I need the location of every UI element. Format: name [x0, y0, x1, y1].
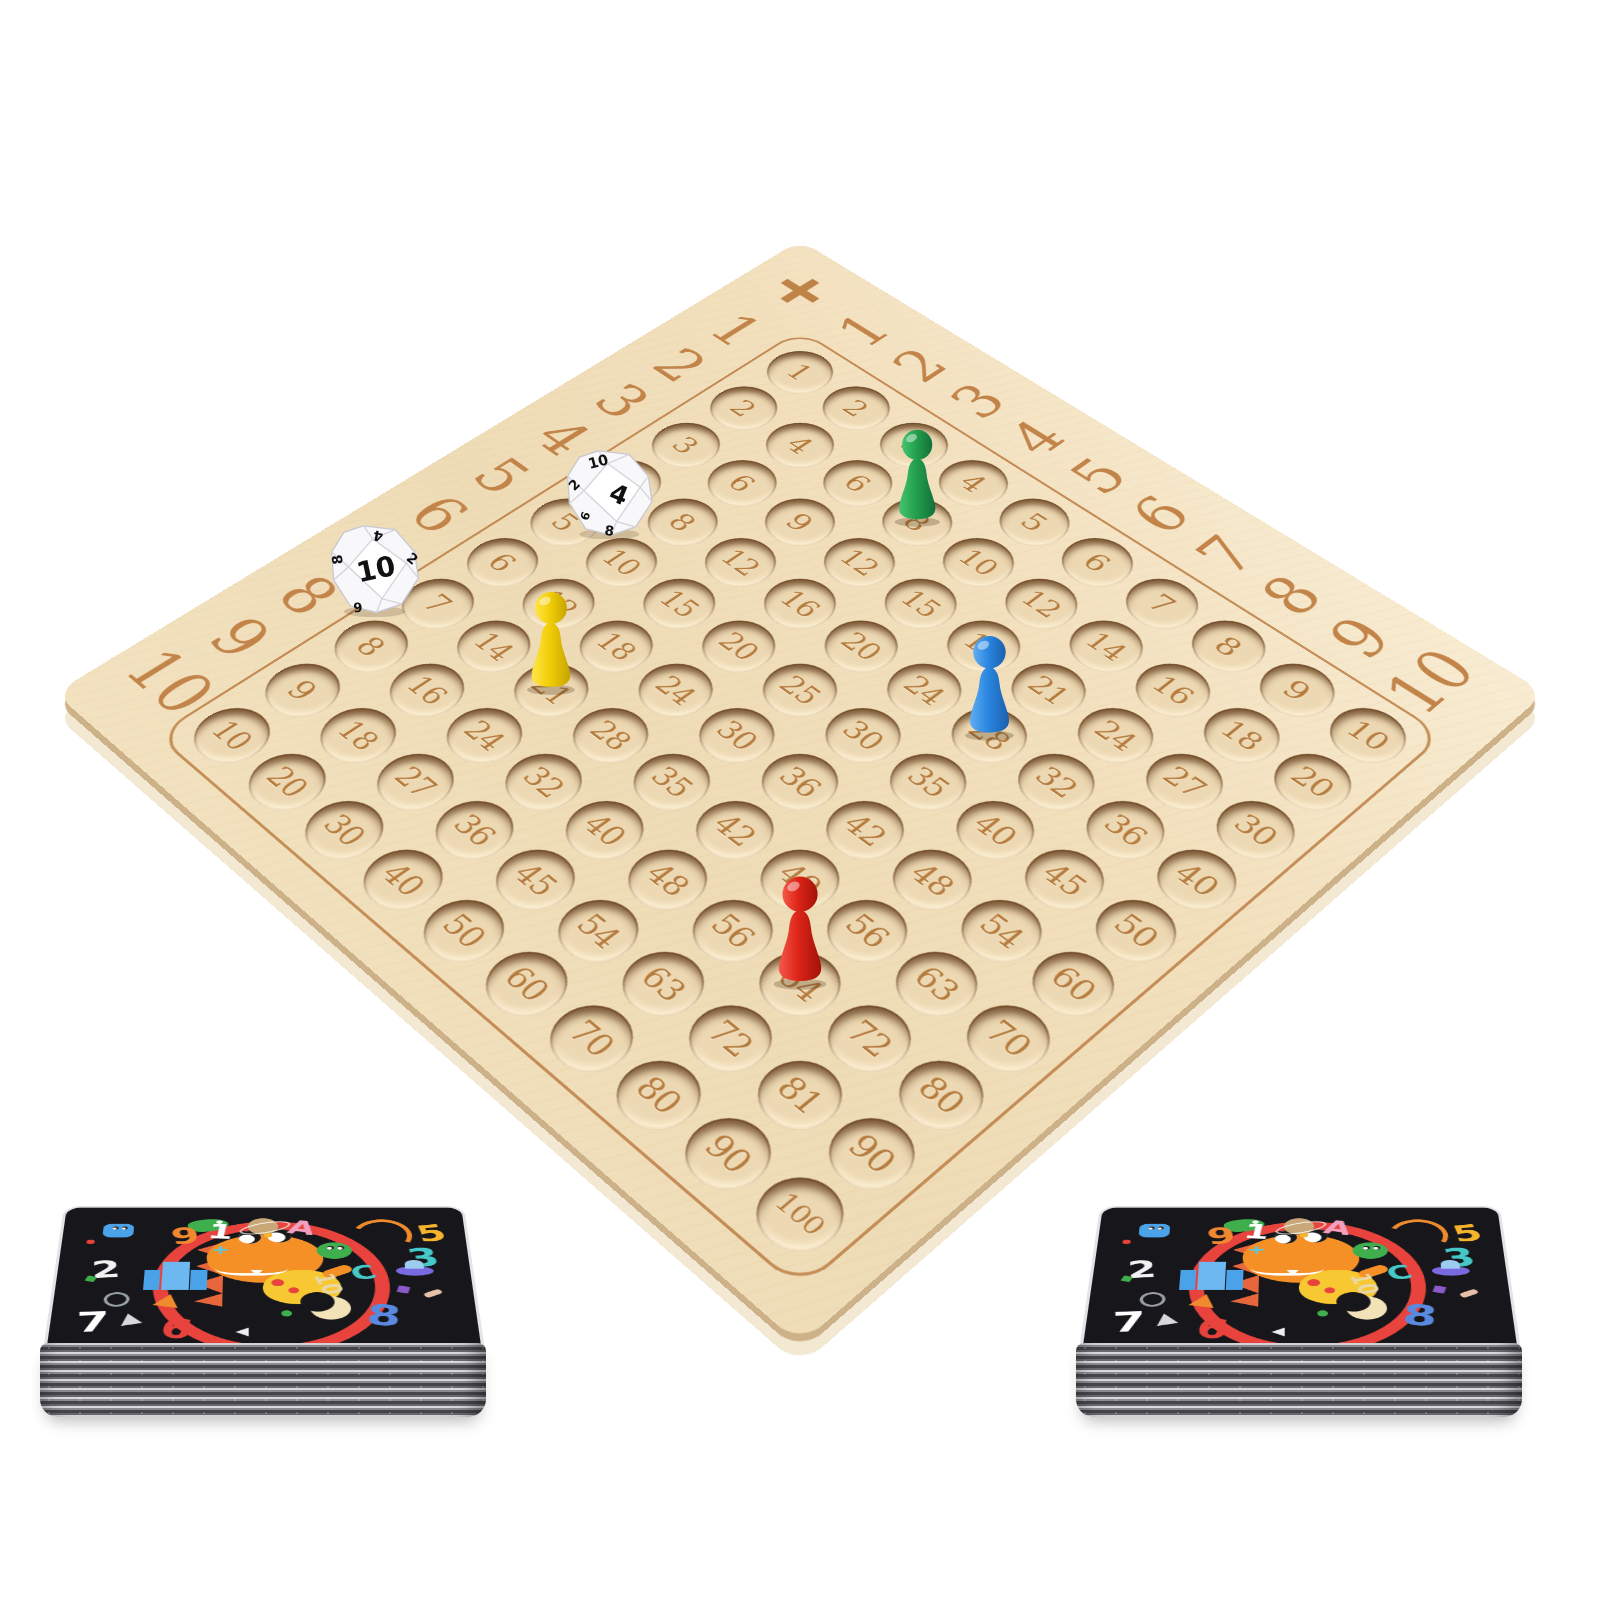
cell-value: 3	[893, 431, 934, 458]
cell-value: 16	[399, 670, 455, 710]
ufo-dome	[1440, 1260, 1460, 1269]
card-triangle-icon	[152, 1292, 182, 1307]
cell-value: 1	[780, 359, 820, 385]
eye	[1373, 1246, 1380, 1250]
cell-value: 49	[770, 857, 829, 902]
multiply-icon	[766, 270, 834, 312]
cell-value: 2	[723, 395, 764, 421]
card-number-1: 1	[1242, 1221, 1272, 1242]
card-stack-edge-left	[40, 1343, 486, 1417]
cell-value: 40	[374, 857, 433, 902]
cell-value: 27	[387, 761, 444, 803]
eye	[337, 1246, 344, 1250]
card-castle-icon	[1179, 1262, 1244, 1290]
cell-value: 6	[1076, 547, 1118, 577]
tower	[143, 1270, 161, 1290]
cell-value: 9	[279, 674, 326, 706]
cell-value: 63	[633, 960, 694, 1008]
cell-value: 54	[971, 907, 1031, 954]
card-number-+: +	[1247, 1244, 1266, 1256]
cell-value: 16	[773, 585, 827, 623]
card-deck-left: 912+76A53C108	[42, 1206, 502, 1421]
cell-value: 56	[837, 907, 897, 954]
cell-value: 10	[1340, 715, 1397, 756]
cell-value: 70	[977, 1013, 1039, 1063]
card-triangle-icon	[1188, 1292, 1218, 1307]
card-triangle-icon	[117, 1312, 142, 1326]
card-number-A: A	[285, 1217, 317, 1238]
cell-value: 2	[836, 395, 877, 421]
cell-value: 10	[952, 544, 1005, 581]
cell-value: 48	[903, 857, 962, 902]
card-number-8: 8	[364, 1300, 401, 1330]
card-alien-icon	[1353, 1242, 1389, 1258]
card-back-face-right: 912+76A53C108	[1078, 1206, 1521, 1354]
card-dot-icon	[264, 1233, 272, 1237]
cell-value: 6	[481, 547, 525, 577]
cell-value: 40	[1167, 857, 1226, 902]
cell-value: 90	[696, 1127, 761, 1180]
card-dot-icon	[1300, 1233, 1308, 1237]
cell-value: 45	[506, 857, 565, 902]
card-number-6: 6	[1193, 1315, 1232, 1344]
card-robot-icon	[103, 1223, 135, 1237]
cell-value: 8	[1207, 630, 1250, 661]
tower	[1226, 1270, 1243, 1290]
eye	[1157, 1227, 1163, 1230]
cell-value: 45	[1035, 857, 1094, 902]
cell-value: 70	[560, 1013, 622, 1063]
card-back-face-left: 912+76A53C108	[42, 1206, 485, 1354]
col-header-label: 4	[999, 413, 1076, 463]
card-number-9: 9	[169, 1224, 202, 1248]
card-capsule-icon	[1458, 1288, 1479, 1298]
card-dot-icon	[281, 1310, 292, 1316]
board-top-face: 1234567891012345678910123456789102468101…	[55, 240, 1546, 1344]
cell-value: 56	[703, 907, 763, 954]
cell-value: 6	[721, 469, 763, 497]
row-header-label: 4	[524, 413, 601, 463]
cell-value: 18	[1213, 715, 1270, 756]
cell-value: 30	[835, 715, 892, 756]
cell-value: 36	[445, 808, 503, 852]
eye	[1363, 1246, 1370, 1250]
card-alien-icon	[317, 1242, 353, 1258]
cell-value: 20	[711, 627, 766, 666]
cell-value: 28	[961, 715, 1018, 756]
cell-value: 64	[769, 960, 830, 1008]
keep	[1197, 1262, 1226, 1290]
card-number-7: 7	[1112, 1308, 1146, 1337]
cell-value: 18	[589, 627, 644, 666]
cell-value: 35	[643, 761, 701, 803]
cell-value: 10	[595, 544, 648, 581]
card-square-icon	[397, 1286, 411, 1294]
card-number-+: +	[211, 1244, 230, 1256]
card-stack-edge-right	[1076, 1343, 1522, 1417]
dino-spot-2	[288, 1287, 299, 1293]
card-number-1: 1	[206, 1221, 236, 1242]
cell-value: 18	[956, 627, 1011, 666]
cell-value: 40	[576, 808, 634, 852]
row-header-label: 6	[398, 489, 478, 542]
cell-value: 12	[714, 544, 767, 581]
row-header-label: 1	[699, 308, 772, 354]
ufo-dome	[404, 1260, 424, 1269]
moon-cut	[1336, 1292, 1371, 1312]
cell-value: 20	[834, 627, 889, 666]
cell-value: 21	[1021, 670, 1077, 710]
col-header-label: 2	[884, 342, 959, 389]
cell-value: 5	[1014, 508, 1056, 537]
cell-value: 60	[1043, 960, 1104, 1008]
cell-value: 6	[837, 469, 879, 497]
dino-tooth	[1286, 1270, 1299, 1276]
cell-value: 12	[1014, 585, 1068, 623]
cell-value: 8	[348, 630, 394, 661]
cell-value: 9	[1275, 674, 1319, 706]
eye	[1148, 1227, 1154, 1230]
eye	[327, 1246, 334, 1250]
col-header-label: 5	[1060, 451, 1138, 502]
card-ufo-icon	[396, 1266, 435, 1275]
cell-value: 100	[768, 1187, 832, 1241]
row-header-label: 5	[462, 451, 540, 502]
eye	[121, 1227, 127, 1230]
col-header-label: 7	[1186, 528, 1267, 582]
cell-value: 50	[1106, 907, 1166, 954]
card-planet-icon	[248, 1218, 279, 1234]
cell-value: 80	[627, 1069, 690, 1121]
card-capsule-icon	[422, 1288, 443, 1298]
cell-value: 24	[456, 715, 513, 756]
cell-value: 30	[1226, 808, 1285, 852]
cell-value: 42	[836, 808, 894, 852]
cell-value: 14	[466, 627, 521, 666]
cell-value: 28	[582, 715, 639, 756]
col-header-label: 1	[828, 308, 901, 354]
cell-value: 36	[771, 761, 829, 803]
cell-value: 3	[665, 431, 707, 458]
cell-value: 32	[1028, 761, 1086, 803]
card-dot-icon	[86, 1240, 95, 1244]
row-header-label: 9	[197, 610, 281, 668]
card-dot-icon	[1317, 1310, 1328, 1316]
card-number-A: A	[1321, 1217, 1353, 1238]
col-header-label: 3	[941, 377, 1017, 426]
col-header-label: 8	[1251, 568, 1334, 624]
eye	[112, 1227, 118, 1230]
cell-value: 4	[605, 469, 647, 497]
tower	[190, 1270, 207, 1290]
cell-value: 24	[896, 670, 952, 710]
cell-value: 8	[896, 508, 938, 537]
card-square-icon	[1433, 1286, 1447, 1294]
cell-value: 12	[532, 585, 586, 623]
cell-value: 72	[699, 1013, 761, 1063]
dino-spot-2	[1324, 1287, 1335, 1293]
row-header-label: 3	[583, 377, 659, 426]
cell-value: 10	[204, 715, 261, 756]
cell-value: 81	[768, 1069, 831, 1121]
cell-value: 18	[330, 715, 387, 756]
cell-value: 7	[415, 588, 460, 618]
card-planet-icon	[1284, 1218, 1315, 1234]
cell-value: 7	[1141, 588, 1184, 618]
cell-value: 20	[259, 761, 316, 803]
moon-cut	[300, 1292, 335, 1312]
cell-value: 30	[315, 808, 373, 852]
cell-value: 48	[638, 857, 697, 902]
cell-value: 63	[906, 960, 967, 1008]
col-header-label: 9	[1319, 610, 1403, 668]
cell-value: 80	[910, 1069, 973, 1121]
card-number-6: 6	[157, 1315, 196, 1344]
cell-value: 40	[966, 808, 1024, 852]
dino-spot-1	[271, 1279, 284, 1286]
tower	[1179, 1270, 1197, 1290]
cell-value: 15	[894, 585, 948, 623]
card-robot-icon	[1139, 1223, 1171, 1237]
cell-value: 30	[709, 715, 766, 756]
cell-value: 12	[833, 544, 886, 581]
card-castle-icon	[143, 1262, 208, 1290]
cell-value: 24	[1087, 715, 1144, 756]
product-photo-page: 1234567891012345678910123456789102468101…	[0, 0, 1600, 1600]
cell-value: 42	[706, 808, 764, 852]
cell-value: 50	[434, 907, 494, 954]
card-deck-right: 912+76A53C108	[1078, 1206, 1538, 1421]
cell-value: 20	[1284, 761, 1342, 803]
cell-value: 54	[568, 907, 628, 954]
cell-value: 16	[1145, 670, 1201, 710]
cell-value: 14	[1079, 627, 1134, 666]
cell-value: 27	[1156, 761, 1214, 803]
row-header-label: 2	[642, 342, 717, 389]
card-ufo-icon	[1432, 1266, 1471, 1275]
cell-value: 90	[840, 1127, 905, 1180]
card-dot-icon	[1122, 1240, 1131, 1244]
card-number-8: 8	[1400, 1300, 1437, 1330]
col-header-label: 6	[1122, 489, 1202, 542]
cell-value: 4	[779, 431, 820, 458]
cell-value: 21	[523, 670, 579, 710]
cell-value: 5	[544, 508, 587, 537]
cell-value: 9	[779, 508, 822, 537]
row-header-label: 8	[266, 568, 349, 624]
cell-value: 4	[953, 469, 994, 497]
cell-value: 24	[648, 670, 704, 710]
cell-value: 36	[1096, 808, 1154, 852]
cell-value: 72	[838, 1013, 900, 1063]
keep	[161, 1262, 190, 1290]
dino-spot-1	[1307, 1279, 1320, 1286]
row-header-label: 7	[333, 528, 414, 582]
cell-value: 15	[652, 585, 706, 623]
dino-tooth	[250, 1270, 263, 1276]
cell-value: 60	[496, 960, 557, 1008]
cell-value: 35	[899, 761, 957, 803]
cell-value: 8	[661, 508, 704, 537]
card-triangle-icon	[1153, 1312, 1178, 1326]
cell-value: 32	[515, 761, 572, 803]
card-number-9: 9	[1205, 1224, 1238, 1248]
cell-value: 25	[772, 670, 828, 710]
card-number-7: 7	[76, 1308, 110, 1337]
